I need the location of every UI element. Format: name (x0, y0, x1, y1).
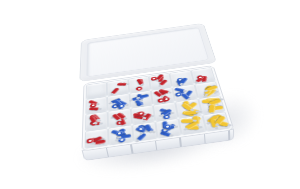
compartment-r2c6 (195, 81, 219, 97)
terminal-piece-blue (175, 88, 186, 93)
compartment-r1c3 (129, 77, 150, 93)
terminal-piece-red (111, 88, 120, 95)
compartment-r4c5 (180, 115, 206, 134)
compartment-r3c2 (109, 109, 131, 127)
terminal-piece-red (117, 83, 127, 86)
terminal-piece-blue (120, 134, 131, 139)
compartment-r3c1 (86, 112, 107, 130)
compartment-r2c2 (108, 94, 129, 111)
terminal-piece-red (89, 107, 100, 111)
compartment-r2c1 (86, 97, 107, 114)
terminal-piece-red (95, 139, 106, 145)
compartment-r4c3 (133, 122, 157, 141)
compartment-r2c3 (130, 91, 152, 108)
compartment-r3c5 (176, 99, 200, 117)
compartment-r4c4 (156, 119, 181, 138)
compartment-r1c6 (191, 68, 214, 83)
organizer-case (71, 23, 244, 158)
terminal-piece-blue (118, 104, 125, 108)
compartment-r2c5 (173, 84, 196, 101)
compartment-r4c1 (86, 128, 108, 148)
compartment-r3c3 (131, 106, 154, 124)
compartment-r4c6 (203, 112, 229, 131)
terminal-piece-yellow (181, 119, 194, 123)
compartment-r1c1 (87, 82, 107, 98)
product-photo (0, 0, 300, 189)
terminal-piece-yellow (209, 105, 216, 113)
compartment-r1c5 (171, 71, 193, 86)
terminal-piece-blue (138, 94, 149, 99)
compartment-r1c4 (150, 74, 172, 90)
compartment-grid (86, 68, 230, 148)
compartment-r3c4 (154, 102, 178, 120)
compartment-r4c2 (109, 125, 132, 144)
compartment-r2c4 (152, 87, 175, 104)
compartment-r3c6 (199, 96, 224, 114)
compartment-r1c2 (108, 80, 128, 96)
